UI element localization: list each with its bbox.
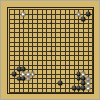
- stone-white[interactable]: 20: [85, 85, 90, 90]
- star-point: [78, 50, 80, 52]
- grid-line-horizontal: [9, 92, 92, 93]
- stone-black[interactable]: [85, 12, 90, 17]
- star-point: [78, 23, 80, 25]
- star-point: [50, 78, 52, 80]
- stone-white[interactable]: 10: [30, 72, 35, 77]
- star-point: [50, 23, 52, 25]
- go-board[interactable]: 2468101412161820: [0, 0, 100, 100]
- grid-line-horizontal: [9, 55, 92, 56]
- star-point: [23, 50, 25, 52]
- move-number-label: 20: [86, 86, 89, 89]
- stone-black[interactable]: [81, 16, 86, 21]
- move-number-label: 18: [86, 82, 89, 85]
- star-point: [50, 50, 52, 52]
- stone-white[interactable]: 4: [76, 12, 81, 17]
- grid-line-horizontal: [9, 65, 92, 66]
- move-number-label: 12: [27, 77, 30, 80]
- move-number-label: 14: [82, 73, 85, 76]
- grid-line-vertical: [92, 9, 93, 92]
- move-number-label: 16: [86, 77, 89, 80]
- move-number-label: 2: [23, 13, 24, 16]
- move-number-label: 4: [78, 13, 79, 16]
- grid-line-vertical: [55, 9, 56, 92]
- stone-white[interactable]: 2: [21, 12, 26, 17]
- move-number-label: 10: [31, 73, 34, 76]
- star-point: [23, 23, 25, 25]
- move-number-label: 6: [23, 73, 24, 76]
- grid-line-vertical: [74, 9, 75, 92]
- grid-line-horizontal: [9, 60, 92, 61]
- grid-line-vertical: [69, 9, 70, 92]
- stone-black[interactable]: [12, 72, 17, 77]
- move-number-label: 8: [27, 73, 28, 76]
- stone-black[interactable]: [58, 81, 63, 86]
- stone-white[interactable]: 12: [26, 76, 31, 81]
- grid-line-vertical: [65, 9, 66, 92]
